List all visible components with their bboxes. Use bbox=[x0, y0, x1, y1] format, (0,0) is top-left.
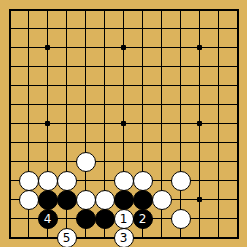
star-point bbox=[121, 121, 126, 126]
stone-black[interactable] bbox=[95, 209, 115, 229]
stone-black[interactable] bbox=[38, 190, 58, 210]
stone-white[interactable] bbox=[76, 152, 96, 172]
go-board[interactable]: 41253 bbox=[0, 0, 247, 247]
star-point bbox=[197, 45, 202, 50]
move-2-stone-black[interactable]: 2 bbox=[133, 209, 153, 229]
grid-line-horizontal bbox=[9, 142, 239, 143]
stone-white[interactable] bbox=[171, 171, 191, 191]
stone-white[interactable] bbox=[114, 171, 134, 191]
star-point bbox=[197, 121, 202, 126]
stone-black[interactable] bbox=[133, 190, 153, 210]
stone-white[interactable] bbox=[38, 171, 58, 191]
star-point bbox=[45, 45, 50, 50]
star-point bbox=[197, 197, 202, 202]
grid-line-vertical bbox=[180, 9, 181, 239]
stone-white[interactable] bbox=[76, 190, 96, 210]
move-3-stone-white[interactable]: 3 bbox=[114, 228, 134, 247]
move-5-stone-white[interactable]: 5 bbox=[57, 228, 77, 247]
grid-line-vertical bbox=[218, 9, 219, 239]
move-1-stone-white[interactable]: 1 bbox=[114, 209, 134, 229]
grid-line-vertical bbox=[237, 9, 239, 239]
stone-black[interactable] bbox=[114, 190, 134, 210]
stone-white[interactable] bbox=[152, 190, 172, 210]
stone-black[interactable] bbox=[57, 190, 77, 210]
stone-black[interactable] bbox=[76, 209, 96, 229]
stone-white[interactable] bbox=[95, 190, 115, 210]
grid-line-horizontal bbox=[9, 161, 239, 162]
stone-white[interactable] bbox=[19, 190, 39, 210]
go-diagram: 41253 bbox=[0, 0, 247, 247]
stone-white[interactable] bbox=[133, 171, 153, 191]
stone-white[interactable] bbox=[171, 209, 191, 229]
move-4-stone-black[interactable]: 4 bbox=[38, 209, 58, 229]
stone-white[interactable] bbox=[57, 171, 77, 191]
stone-white[interactable] bbox=[19, 171, 39, 191]
star-point bbox=[45, 121, 50, 126]
star-point bbox=[121, 45, 126, 50]
